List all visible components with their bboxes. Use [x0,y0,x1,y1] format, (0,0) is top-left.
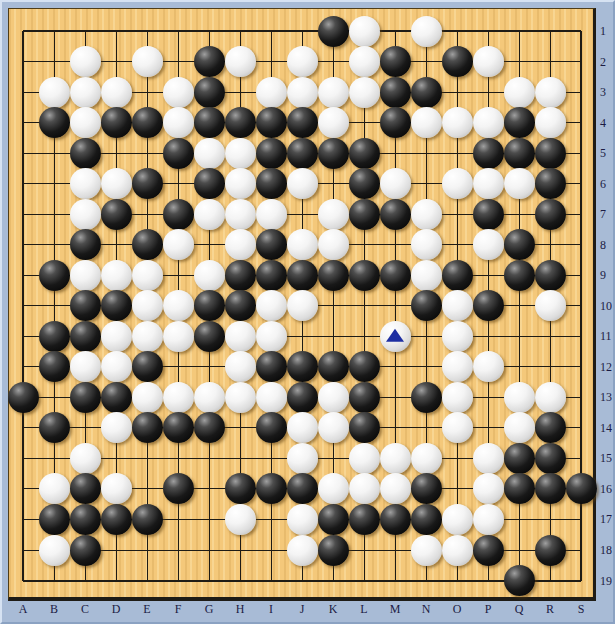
row-label-15: 15 [600,451,615,466]
stone-black-F14 [163,412,194,443]
col-label-R: R [541,602,559,617]
col-label-K: K [324,602,342,617]
stone-black-R15 [535,443,566,474]
stone-black-Q15 [504,443,535,474]
stone-black-C11 [70,321,101,352]
stone-black-G10 [194,290,225,321]
stone-white-I10 [256,290,287,321]
stone-black-I5 [256,138,287,169]
stone-white-H13 [225,382,256,413]
stone-white-O18 [442,535,473,566]
stone-black-J5 [287,138,318,169]
stone-black-I12 [256,351,287,382]
stone-black-Q4 [504,107,535,138]
stone-black-P7 [473,199,504,230]
stone-white-F11 [163,321,194,352]
stone-black-R6 [535,168,566,199]
stone-white-K8 [318,229,349,260]
col-label-C: C [76,602,94,617]
stone-black-J13 [287,382,318,413]
stone-white-J18 [287,535,318,566]
row-label-6: 6 [600,177,615,192]
stone-black-N10 [411,290,442,321]
stone-black-B12 [39,351,70,382]
stone-black-G6 [194,168,225,199]
stone-black-M17 [380,504,411,535]
stone-white-P2 [473,46,504,77]
stone-white-R3 [535,77,566,108]
stone-white-O11 [442,321,473,352]
stone-black-M4 [380,107,411,138]
row-label-14: 14 [600,421,615,436]
col-label-I: I [262,602,280,617]
stone-black-O2 [442,46,473,77]
stone-white-K3 [318,77,349,108]
stone-black-I16 [256,473,287,504]
stone-black-B14 [39,412,70,443]
stone-black-P18 [473,535,504,566]
stone-white-N15 [411,443,442,474]
stone-black-R7 [535,199,566,230]
stone-white-E9 [132,260,163,291]
stone-white-O10 [442,290,473,321]
go-app-frame: ABCDEFGHIJKLMNOPQRS 12345678910111213141… [0,0,615,624]
stone-white-H12 [225,351,256,382]
stone-black-C10 [70,290,101,321]
stone-white-P17 [473,504,504,535]
stone-black-C17 [70,504,101,535]
stone-white-I11 [256,321,287,352]
stone-white-O4 [442,107,473,138]
stone-white-P4 [473,107,504,138]
stone-white-P12 [473,351,504,382]
stone-black-L7 [349,199,380,230]
stone-white-G7 [194,199,225,230]
stone-black-P10 [473,290,504,321]
row-label-11: 11 [600,329,615,344]
stone-white-K16 [318,473,349,504]
stone-white-N8 [411,229,442,260]
col-label-F: F [169,602,187,617]
stone-black-L6 [349,168,380,199]
stone-white-Q13 [504,382,535,413]
stone-black-M2 [380,46,411,77]
stone-black-J9 [287,260,318,291]
stone-black-M9 [380,260,411,291]
stone-white-J15 [287,443,318,474]
stone-black-F16 [163,473,194,504]
stone-white-H7 [225,199,256,230]
stone-white-M6 [380,168,411,199]
row-label-9: 9 [600,268,615,283]
col-label-H: H [231,602,249,617]
stone-white-N1 [411,16,442,47]
col-label-M: M [386,602,404,617]
stone-black-E4 [132,107,163,138]
row-label-12: 12 [600,360,615,375]
stone-black-C16 [70,473,101,504]
stone-black-J12 [287,351,318,382]
stone-black-M7 [380,199,411,230]
stone-black-I8 [256,229,287,260]
stone-white-K7 [318,199,349,230]
stone-white-C12 [70,351,101,382]
stone-black-H4 [225,107,256,138]
stone-black-H9 [225,260,256,291]
stone-white-J10 [287,290,318,321]
stone-black-G2 [194,46,225,77]
stone-white-C15 [70,443,101,474]
stone-black-K9 [318,260,349,291]
stone-white-F10 [163,290,194,321]
stone-white-H8 [225,229,256,260]
stone-black-I14 [256,412,287,443]
stone-white-O13 [442,382,473,413]
stone-white-L16 [349,473,380,504]
stone-white-J3 [287,77,318,108]
row-label-4: 4 [600,116,615,131]
col-label-D: D [107,602,125,617]
stone-black-N17 [411,504,442,535]
stone-white-M11 [380,321,411,352]
stone-white-N9 [411,260,442,291]
stone-white-O17 [442,504,473,535]
stone-white-C2 [70,46,101,77]
row-label-16: 16 [600,482,615,497]
stone-white-M16 [380,473,411,504]
col-label-N: N [417,602,435,617]
stone-white-N4 [411,107,442,138]
stone-black-Q9 [504,260,535,291]
stone-white-H6 [225,168,256,199]
stone-black-D7 [101,199,132,230]
stone-white-E11 [132,321,163,352]
stone-black-B9 [39,260,70,291]
stone-white-F13 [163,382,194,413]
stone-white-D16 [101,473,132,504]
stone-black-R14 [535,412,566,443]
stone-white-F4 [163,107,194,138]
stone-black-K1 [318,16,349,47]
stone-black-S16 [566,473,597,504]
stone-black-I6 [256,168,287,199]
stone-black-E14 [132,412,163,443]
grid-hline [23,580,581,582]
stone-white-P8 [473,229,504,260]
stone-black-G4 [194,107,225,138]
stone-black-G14 [194,412,225,443]
stone-black-L14 [349,412,380,443]
stone-white-D11 [101,321,132,352]
stone-white-L1 [349,16,380,47]
triangle-marker [386,329,404,342]
stone-black-C5 [70,138,101,169]
col-label-B: B [45,602,63,617]
stone-black-E6 [132,168,163,199]
stone-black-J16 [287,473,318,504]
stone-white-E13 [132,382,163,413]
stone-white-K4 [318,107,349,138]
stone-white-C6 [70,168,101,199]
stone-white-C4 [70,107,101,138]
stone-black-K17 [318,504,349,535]
stone-white-H5 [225,138,256,169]
stone-black-F7 [163,199,194,230]
col-label-E: E [138,602,156,617]
stone-black-L17 [349,504,380,535]
stone-black-R18 [535,535,566,566]
col-label-O: O [448,602,466,617]
stone-black-H16 [225,473,256,504]
stone-white-I7 [256,199,287,230]
stone-black-E17 [132,504,163,535]
col-label-J: J [293,602,311,617]
stone-white-B16 [39,473,70,504]
stone-white-N7 [411,199,442,230]
stone-black-G3 [194,77,225,108]
stone-black-B17 [39,504,70,535]
stone-white-L15 [349,443,380,474]
stone-white-R13 [535,382,566,413]
col-label-Q: Q [510,602,528,617]
row-label-7: 7 [600,207,615,222]
stone-white-B3 [39,77,70,108]
stone-white-H2 [225,46,256,77]
stone-black-D4 [101,107,132,138]
stone-white-O14 [442,412,473,443]
row-label-1: 1 [600,24,615,39]
stone-white-G9 [194,260,225,291]
stone-white-R4 [535,107,566,138]
stone-black-L9 [349,260,380,291]
stone-black-Q5 [504,138,535,169]
stone-white-P6 [473,168,504,199]
stone-black-C18 [70,535,101,566]
stone-white-O12 [442,351,473,382]
stone-black-R5 [535,138,566,169]
stone-white-J6 [287,168,318,199]
row-label-2: 2 [600,55,615,70]
stone-white-J8 [287,229,318,260]
stone-white-D9 [101,260,132,291]
stone-white-E2 [132,46,163,77]
stone-black-L5 [349,138,380,169]
stone-white-B18 [39,535,70,566]
stone-white-L3 [349,77,380,108]
stone-white-G13 [194,382,225,413]
stone-black-K18 [318,535,349,566]
stone-white-C3 [70,77,101,108]
stone-white-F3 [163,77,194,108]
stone-black-N16 [411,473,442,504]
stone-black-N3 [411,77,442,108]
stone-white-D14 [101,412,132,443]
stone-white-G5 [194,138,225,169]
stone-black-K12 [318,351,349,382]
stone-white-M15 [380,443,411,474]
stone-black-Q8 [504,229,535,260]
stone-black-H10 [225,290,256,321]
row-label-17: 17 [600,512,615,527]
stone-black-E12 [132,351,163,382]
stone-white-K14 [318,412,349,443]
stone-white-P15 [473,443,504,474]
stone-black-N13 [411,382,442,413]
stone-white-P16 [473,473,504,504]
stone-black-Q16 [504,473,535,504]
col-label-L: L [355,602,373,617]
stone-white-L2 [349,46,380,77]
col-label-S: S [572,602,590,617]
stone-black-A13 [8,382,39,413]
stone-black-C13 [70,382,101,413]
stone-white-R10 [535,290,566,321]
stone-black-I9 [256,260,287,291]
stone-black-G11 [194,321,225,352]
stone-white-I3 [256,77,287,108]
stone-black-J4 [287,107,318,138]
stone-white-N18 [411,535,442,566]
stone-white-H17 [225,504,256,535]
stone-white-J17 [287,504,318,535]
stone-black-F5 [163,138,194,169]
stone-black-Q19 [504,565,535,596]
stone-black-L12 [349,351,380,382]
stone-black-I4 [256,107,287,138]
stone-white-J2 [287,46,318,77]
stone-black-B4 [39,107,70,138]
stone-black-D13 [101,382,132,413]
stone-black-E8 [132,229,163,260]
row-label-8: 8 [600,238,615,253]
row-label-10: 10 [600,299,615,314]
stone-white-Q6 [504,168,535,199]
stone-white-D6 [101,168,132,199]
stone-black-D10 [101,290,132,321]
stone-white-D3 [101,77,132,108]
stone-white-Q3 [504,77,535,108]
stone-white-E10 [132,290,163,321]
col-label-A: A [14,602,32,617]
stone-black-O9 [442,260,473,291]
stone-white-O6 [442,168,473,199]
row-label-13: 13 [600,390,615,405]
col-label-P: P [479,602,497,617]
stone-white-D12 [101,351,132,382]
col-label-G: G [200,602,218,617]
row-label-18: 18 [600,543,615,558]
stone-white-Q14 [504,412,535,443]
stone-black-R9 [535,260,566,291]
stone-white-C9 [70,260,101,291]
stone-black-C8 [70,229,101,260]
row-label-19: 19 [600,574,615,589]
stone-black-M3 [380,77,411,108]
stone-black-B11 [39,321,70,352]
stone-white-J14 [287,412,318,443]
stone-black-D17 [101,504,132,535]
row-label-3: 3 [600,85,615,100]
stone-black-L13 [349,382,380,413]
stone-white-K13 [318,382,349,413]
stone-white-I13 [256,382,287,413]
stone-black-K5 [318,138,349,169]
stone-black-R16 [535,473,566,504]
row-label-5: 5 [600,146,615,161]
stone-black-P5 [473,138,504,169]
stone-white-C7 [70,199,101,230]
stone-white-F8 [163,229,194,260]
stone-white-H11 [225,321,256,352]
